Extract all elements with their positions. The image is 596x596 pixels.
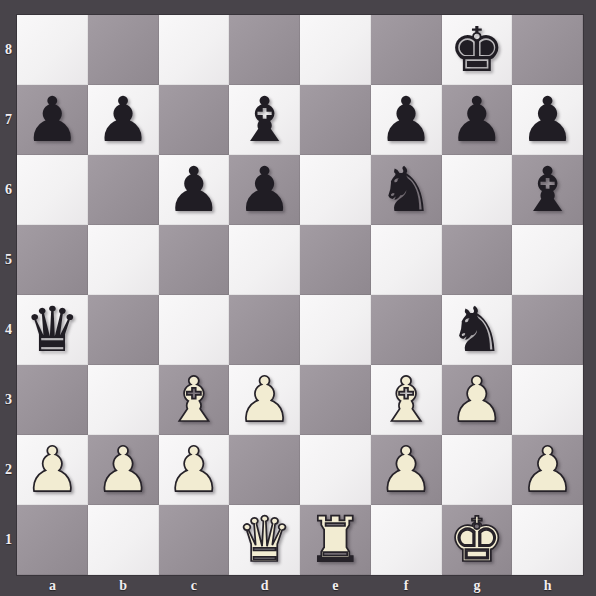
square-c7[interactable] [159,85,230,155]
piece-white-pawn: ♟ [237,365,293,435]
square-d3[interactable]: ♟ [229,365,300,435]
piece-black-bishop: ♝ [520,155,576,225]
square-g1[interactable]: ♚ [442,505,513,575]
rank-label-7: 7 [0,85,17,155]
piece-white-pawn: ♟ [25,435,81,505]
piece-white-rook: ♜ [308,505,364,575]
square-b3[interactable] [88,365,159,435]
square-e1[interactable]: ♜ [300,505,371,575]
square-b2[interactable]: ♟ [88,435,159,505]
square-e7[interactable] [300,85,371,155]
square-a1[interactable] [17,505,88,575]
piece-black-bishop: ♝ [237,85,293,155]
square-h4[interactable] [512,295,583,365]
rank-label-6: 6 [0,155,17,225]
square-a6[interactable] [17,155,88,225]
square-d8[interactable] [229,15,300,85]
square-a2[interactable]: ♟ [17,435,88,505]
file-label-d: d [229,575,300,596]
piece-black-knight: ♞ [378,155,434,225]
square-g5[interactable] [442,225,513,295]
piece-black-queen: ♛ [25,295,81,365]
square-g3[interactable]: ♟ [442,365,513,435]
square-f4[interactable] [371,295,442,365]
square-g2[interactable] [442,435,513,505]
square-b8[interactable] [88,15,159,85]
piece-white-bishop: ♝ [166,365,222,435]
square-h7[interactable]: ♟ [512,85,583,155]
square-b6[interactable] [88,155,159,225]
piece-black-pawn: ♟ [520,85,576,155]
square-f8[interactable] [371,15,442,85]
square-e6[interactable] [300,155,371,225]
square-a4[interactable]: ♛ [17,295,88,365]
square-d7[interactable]: ♝ [229,85,300,155]
rank-label-1: 1 [0,505,17,575]
file-label-a: a [17,575,88,596]
rank-label-8: 8 [0,15,17,85]
square-c1[interactable] [159,505,230,575]
square-d5[interactable] [229,225,300,295]
piece-white-pawn: ♟ [449,365,505,435]
square-d2[interactable] [229,435,300,505]
square-e8[interactable] [300,15,371,85]
square-b1[interactable] [88,505,159,575]
square-d4[interactable] [229,295,300,365]
rank-label-2: 2 [0,435,17,505]
piece-white-pawn: ♟ [166,435,222,505]
piece-white-king: ♚ [449,505,505,575]
square-e4[interactable] [300,295,371,365]
square-f2[interactable]: ♟ [371,435,442,505]
piece-black-knight: ♞ [449,295,505,365]
piece-white-pawn: ♟ [520,435,576,505]
rank-label-5: 5 [0,225,17,295]
board-frame: 87654321 ♚♟♟♝♟♟♟♟♟♞♝♛♞♝♟♝♟♟♟♟♟♟♛♜♚ abcde… [0,0,596,596]
piece-white-queen: ♛ [237,505,293,575]
square-c8[interactable] [159,15,230,85]
square-h5[interactable] [512,225,583,295]
square-f5[interactable] [371,225,442,295]
rank-labels: 87654321 [0,15,17,575]
piece-black-pawn: ♟ [449,85,505,155]
square-a5[interactable] [17,225,88,295]
file-label-f: f [371,575,442,596]
square-b5[interactable] [88,225,159,295]
square-f7[interactable]: ♟ [371,85,442,155]
square-h3[interactable] [512,365,583,435]
piece-black-pawn: ♟ [95,85,151,155]
file-label-b: b [88,575,159,596]
square-d6[interactable]: ♟ [229,155,300,225]
square-f6[interactable]: ♞ [371,155,442,225]
square-a7[interactable]: ♟ [17,85,88,155]
square-a8[interactable] [17,15,88,85]
square-e3[interactable] [300,365,371,435]
square-c3[interactable]: ♝ [159,365,230,435]
square-h2[interactable]: ♟ [512,435,583,505]
square-a3[interactable] [17,365,88,435]
square-e2[interactable] [300,435,371,505]
square-b4[interactable] [88,295,159,365]
square-f1[interactable] [371,505,442,575]
square-c2[interactable]: ♟ [159,435,230,505]
square-h1[interactable] [512,505,583,575]
square-g7[interactable]: ♟ [442,85,513,155]
square-e5[interactable] [300,225,371,295]
square-c4[interactable] [159,295,230,365]
rank-label-3: 3 [0,365,17,435]
square-g8[interactable]: ♚ [442,15,513,85]
piece-black-king: ♚ [449,15,505,85]
file-label-e: e [300,575,371,596]
square-d1[interactable]: ♛ [229,505,300,575]
chess-board: ♚♟♟♝♟♟♟♟♟♞♝♛♞♝♟♝♟♟♟♟♟♟♛♜♚ [17,15,583,575]
piece-black-pawn: ♟ [25,85,81,155]
piece-black-pawn: ♟ [166,155,222,225]
square-g6[interactable] [442,155,513,225]
piece-white-bishop: ♝ [378,365,434,435]
square-c5[interactable] [159,225,230,295]
file-label-g: g [442,575,513,596]
square-c6[interactable]: ♟ [159,155,230,225]
square-b7[interactable]: ♟ [88,85,159,155]
rank-label-4: 4 [0,295,17,365]
square-f3[interactable]: ♝ [371,365,442,435]
square-h8[interactable] [512,15,583,85]
piece-white-pawn: ♟ [95,435,151,505]
file-label-c: c [159,575,230,596]
piece-white-pawn: ♟ [378,435,434,505]
file-label-h: h [512,575,583,596]
piece-black-pawn: ♟ [378,85,434,155]
piece-black-pawn: ♟ [237,155,293,225]
square-h6[interactable]: ♝ [512,155,583,225]
square-g4[interactable]: ♞ [442,295,513,365]
file-labels: abcdefgh [17,575,583,596]
